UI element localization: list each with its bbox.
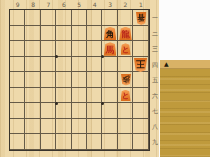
board-cell[interactable] [56, 119, 71, 135]
shogi-piece-1四[interactable]: 王 [134, 58, 147, 72]
board-cell[interactable] [25, 134, 40, 150]
board-cell[interactable] [102, 119, 117, 135]
board-cell[interactable] [56, 10, 71, 26]
board-cell[interactable] [87, 134, 102, 150]
file-label: 1 [133, 0, 148, 9]
rank-label: 五 [151, 72, 159, 88]
board-cell[interactable] [41, 134, 56, 150]
shogi-app: 987654321 一二三四五六七八九 香角龍馬と王歩と ▲ [0, 0, 210, 157]
board-cell[interactable] [41, 119, 56, 135]
star-point [55, 102, 58, 105]
board-cell[interactable] [56, 41, 71, 57]
board-cell[interactable] [56, 88, 71, 104]
board-cell[interactable] [87, 119, 102, 135]
piece-kanji: 角 [106, 30, 115, 40]
shogi-piece-2二[interactable]: 龍 [119, 27, 132, 41]
rank-label: 七 [151, 103, 159, 119]
file-label: 5 [72, 0, 87, 9]
board-cell[interactable] [72, 10, 87, 26]
board-cell[interactable] [133, 72, 148, 88]
file-label: 6 [56, 0, 71, 9]
shogi-piece-2三[interactable]: と [121, 43, 131, 55]
board-cell[interactable] [102, 134, 117, 150]
shogi-board[interactable]: 香角龍馬と王歩と [9, 9, 150, 151]
board-cell[interactable] [25, 41, 40, 57]
piece-kanji: 龍 [121, 30, 130, 40]
board-cell[interactable] [10, 88, 25, 104]
board-cell[interactable] [25, 103, 40, 119]
board-cell[interactable] [72, 41, 87, 57]
rank-labels: 一二三四五六七八九 [151, 10, 159, 150]
board-cell[interactable] [118, 119, 133, 135]
board-cell[interactable] [87, 57, 102, 73]
board-cell[interactable] [133, 119, 148, 135]
board-cell[interactable] [25, 26, 40, 42]
side-panel: ▲ [159, 0, 210, 157]
board-cell[interactable] [10, 26, 25, 42]
board-cell[interactable] [118, 57, 133, 73]
rank-label: 八 [151, 119, 159, 135]
board-cell[interactable] [10, 10, 25, 26]
piece-kanji: 香 [137, 12, 145, 21]
board-cell[interactable] [10, 72, 25, 88]
board-cell[interactable] [56, 134, 71, 150]
rank-label: 二 [151, 26, 159, 42]
board-cell[interactable] [10, 103, 25, 119]
file-label: 7 [41, 0, 56, 9]
board-cell[interactable] [72, 119, 87, 135]
board-cell[interactable] [87, 10, 102, 26]
board-cell[interactable] [41, 26, 56, 42]
piece-kanji: 馬 [106, 46, 115, 56]
rank-label: 一 [151, 10, 159, 26]
piece-kanji: と [122, 46, 130, 55]
file-label: 8 [25, 0, 40, 9]
file-label: 3 [102, 0, 117, 9]
board-cell[interactable] [72, 57, 87, 73]
board-cell[interactable] [56, 72, 71, 88]
star-point [101, 102, 104, 105]
board-cell[interactable] [118, 134, 133, 150]
board-cell[interactable] [133, 103, 148, 119]
board-cell[interactable] [25, 72, 40, 88]
shogi-piece-2六[interactable]: と [121, 90, 131, 102]
file-label: 2 [118, 0, 133, 9]
board-cell[interactable] [41, 88, 56, 104]
sente-turn-marker-icon: ▲ [164, 60, 169, 68]
board-cell[interactable] [72, 134, 87, 150]
board-cell[interactable] [87, 103, 102, 119]
board-cell[interactable] [25, 57, 40, 73]
board-cell[interactable] [56, 57, 71, 73]
board-cell[interactable] [10, 119, 25, 135]
shogi-piece-3三[interactable]: 馬 [104, 42, 117, 56]
board-cell[interactable] [102, 88, 117, 104]
piece-kanji: 王 [136, 58, 145, 69]
board-cell[interactable] [10, 57, 25, 73]
board-cell[interactable] [87, 88, 102, 104]
shogi-piece-1一[interactable]: 香 [136, 12, 147, 25]
board-cell[interactable] [41, 103, 56, 119]
board-cell[interactable] [118, 103, 133, 119]
board-cell[interactable] [25, 10, 40, 26]
board-cell[interactable] [87, 72, 102, 88]
board-cell[interactable] [102, 72, 117, 88]
board-cell[interactable] [72, 72, 87, 88]
board-cell[interactable] [72, 88, 87, 104]
board-cell[interactable] [133, 41, 148, 57]
piece-kanji: 歩 [122, 74, 130, 83]
board-cell[interactable] [41, 72, 56, 88]
sente-komadai-header: ▲ [160, 60, 210, 69]
board-cell[interactable] [56, 103, 71, 119]
sente-komadai[interactable]: ▲ [160, 60, 210, 157]
board-cell[interactable] [133, 134, 148, 150]
board-cell[interactable] [25, 119, 40, 135]
board-cell[interactable] [118, 10, 133, 26]
board-cell[interactable] [72, 103, 87, 119]
board-cell[interactable] [87, 41, 102, 57]
rank-label: 九 [151, 134, 159, 150]
rank-label: 四 [151, 57, 159, 73]
star-point [101, 55, 104, 58]
board-cell[interactable] [41, 41, 56, 57]
board-cell[interactable] [10, 134, 25, 150]
board-cell[interactable] [87, 26, 102, 42]
board-cell[interactable] [41, 57, 56, 73]
star-point [55, 55, 58, 58]
file-label: 4 [87, 0, 102, 9]
board-cell[interactable] [133, 26, 148, 42]
board-cell[interactable] [41, 10, 56, 26]
board-cell[interactable] [102, 57, 117, 73]
piece-kanji: と [122, 92, 130, 101]
rank-label: 六 [151, 88, 159, 104]
file-label: 9 [10, 0, 25, 9]
shogi-piece-3二[interactable]: 角 [104, 27, 117, 41]
file-labels: 987654321 [10, 0, 149, 9]
rank-label: 三 [151, 41, 159, 57]
board-cell[interactable] [133, 88, 148, 104]
board-cell[interactable] [72, 26, 87, 42]
board-cell[interactable] [25, 88, 40, 104]
board-background: 987654321 一二三四五六七八九 香角龍馬と王歩と [0, 0, 159, 157]
board-cell[interactable] [102, 103, 117, 119]
board-cell[interactable] [10, 41, 25, 57]
board-cell[interactable] [56, 26, 71, 42]
board-cell[interactable] [102, 10, 117, 26]
